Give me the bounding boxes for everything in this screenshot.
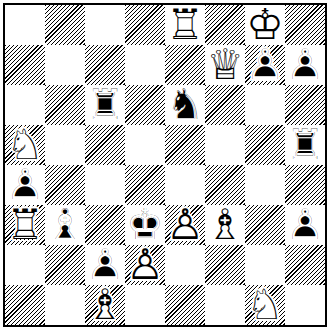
square-e3[interactable]: ♟♙ — [165, 205, 205, 245]
square-a6[interactable] — [5, 85, 45, 125]
black-pawn-icon: ♟♙ — [5, 165, 45, 205]
square-d7[interactable] — [125, 45, 165, 85]
square-f2[interactable] — [205, 245, 245, 285]
square-h6[interactable] — [285, 85, 325, 125]
piece-outline-layer: ♔ — [245, 5, 285, 45]
white-rook-icon: ♜♖ — [5, 205, 45, 245]
square-h7[interactable]: ♟♙ — [285, 45, 325, 85]
piece-outline-layer: ♗ — [205, 205, 245, 245]
square-d8[interactable] — [125, 5, 165, 45]
square-d4[interactable] — [125, 165, 165, 205]
square-b2[interactable] — [45, 245, 85, 285]
square-a4[interactable]: ♟♙ — [5, 165, 45, 205]
square-c6[interactable]: ♜♖ — [85, 85, 125, 125]
white-pawn-icon: ♟♙ — [165, 205, 205, 245]
black-pawn-icon: ♟♙ — [285, 205, 325, 245]
square-h2[interactable] — [285, 245, 325, 285]
piece-outline-layer: ♗ — [45, 205, 85, 245]
piece-outline-layer: ♙ — [245, 45, 285, 85]
square-g4[interactable] — [245, 165, 285, 205]
square-c5[interactable] — [85, 125, 125, 165]
white-pawn-icon: ♟♙ — [125, 245, 165, 285]
piece-outline-layer: ♙ — [285, 45, 325, 85]
square-a1[interactable] — [5, 285, 45, 325]
square-e5[interactable] — [165, 125, 205, 165]
white-queen-icon: ♛♕ — [205, 45, 245, 85]
square-d5[interactable] — [125, 125, 165, 165]
square-a8[interactable] — [5, 5, 45, 45]
square-b8[interactable] — [45, 5, 85, 45]
square-h1[interactable] — [285, 285, 325, 325]
piece-outline-layer: ♘ — [5, 125, 45, 165]
square-c1[interactable]: ♝♗ — [85, 285, 125, 325]
black-pawn-icon: ♟♙ — [285, 45, 325, 85]
piece-outline-layer: ♗ — [85, 285, 125, 325]
square-b5[interactable] — [45, 125, 85, 165]
piece-outline-layer: ♖ — [285, 125, 325, 165]
square-g1[interactable]: ♞♘ — [245, 285, 285, 325]
piece-outline-layer: ♖ — [165, 5, 205, 45]
square-d1[interactable] — [125, 285, 165, 325]
square-f8[interactable] — [205, 5, 245, 45]
piece-outline-layer: ♔ — [125, 205, 165, 245]
square-e8[interactable]: ♜♖ — [165, 5, 205, 45]
square-h5[interactable]: ♜♖ — [285, 125, 325, 165]
square-g8[interactable]: ♚♔ — [245, 5, 285, 45]
square-e7[interactable] — [165, 45, 205, 85]
square-f1[interactable] — [205, 285, 245, 325]
piece-outline-layer: ♙ — [85, 245, 125, 285]
piece-outline-layer: ♙ — [5, 165, 45, 205]
white-rook-icon: ♜♖ — [165, 5, 205, 45]
square-c4[interactable] — [85, 165, 125, 205]
white-knight-icon: ♞♘ — [5, 125, 45, 165]
square-c3[interactable] — [85, 205, 125, 245]
square-h3[interactable]: ♟♙ — [285, 205, 325, 245]
chess-board: ♜♖♚♔♛♕♟♙♟♙♜♖♞♘♞♘♜♖♟♙♜♖♝♗♚♔♟♙♝♗♟♙♟♙♟♙♝♗♞♘ — [5, 5, 325, 325]
white-bishop-icon: ♝♗ — [205, 205, 245, 245]
square-f4[interactable] — [205, 165, 245, 205]
piece-outline-layer: ♖ — [5, 205, 45, 245]
square-b3[interactable]: ♝♗ — [45, 205, 85, 245]
piece-outline-layer: ♙ — [165, 205, 205, 245]
square-e4[interactable] — [165, 165, 205, 205]
piece-outline-layer: ♖ — [85, 85, 125, 125]
black-knight-icon: ♞♘ — [165, 85, 205, 125]
black-king-icon: ♚♔ — [125, 205, 165, 245]
piece-outline-layer: ♘ — [165, 85, 205, 125]
square-g2[interactable] — [245, 245, 285, 285]
square-f7[interactable]: ♛♕ — [205, 45, 245, 85]
square-g7[interactable]: ♟♙ — [245, 45, 285, 85]
square-g5[interactable] — [245, 125, 285, 165]
piece-outline-layer: ♙ — [285, 205, 325, 245]
black-bishop-icon: ♝♗ — [45, 205, 85, 245]
square-b1[interactable] — [45, 285, 85, 325]
square-a3[interactable]: ♜♖ — [5, 205, 45, 245]
piece-outline-layer: ♘ — [245, 285, 285, 325]
black-pawn-icon: ♟♙ — [85, 245, 125, 285]
board-frame: ♜♖♚♔♛♕♟♙♟♙♜♖♞♘♞♘♜♖♟♙♜♖♝♗♚♔♟♙♝♗♟♙♟♙♟♙♝♗♞♘ — [3, 3, 327, 327]
black-rook-icon: ♜♖ — [85, 85, 125, 125]
square-f3[interactable]: ♝♗ — [205, 205, 245, 245]
square-d2[interactable]: ♟♙ — [125, 245, 165, 285]
piece-outline-layer: ♙ — [125, 245, 165, 285]
square-a5[interactable]: ♞♘ — [5, 125, 45, 165]
square-f6[interactable] — [205, 85, 245, 125]
square-h8[interactable] — [285, 5, 325, 45]
square-c2[interactable]: ♟♙ — [85, 245, 125, 285]
piece-outline-layer: ♕ — [205, 45, 245, 85]
square-b4[interactable] — [45, 165, 85, 205]
square-c8[interactable] — [85, 5, 125, 45]
square-g6[interactable] — [245, 85, 285, 125]
square-c7[interactable] — [85, 45, 125, 85]
black-rook-icon: ♜♖ — [285, 125, 325, 165]
square-b6[interactable] — [45, 85, 85, 125]
black-pawn-icon: ♟♙ — [245, 45, 285, 85]
square-a7[interactable] — [5, 45, 45, 85]
square-d3[interactable]: ♚♔ — [125, 205, 165, 245]
square-e2[interactable] — [165, 245, 205, 285]
white-knight-icon: ♞♘ — [245, 285, 285, 325]
square-e6[interactable]: ♞♘ — [165, 85, 205, 125]
white-king-icon: ♚♔ — [245, 5, 285, 45]
square-b7[interactable] — [45, 45, 85, 85]
square-a2[interactable] — [5, 245, 45, 285]
square-f5[interactable] — [205, 125, 245, 165]
white-bishop-icon: ♝♗ — [85, 285, 125, 325]
square-g3[interactable] — [245, 205, 285, 245]
square-h4[interactable] — [285, 165, 325, 205]
square-d6[interactable] — [125, 85, 165, 125]
square-e1[interactable] — [165, 285, 205, 325]
